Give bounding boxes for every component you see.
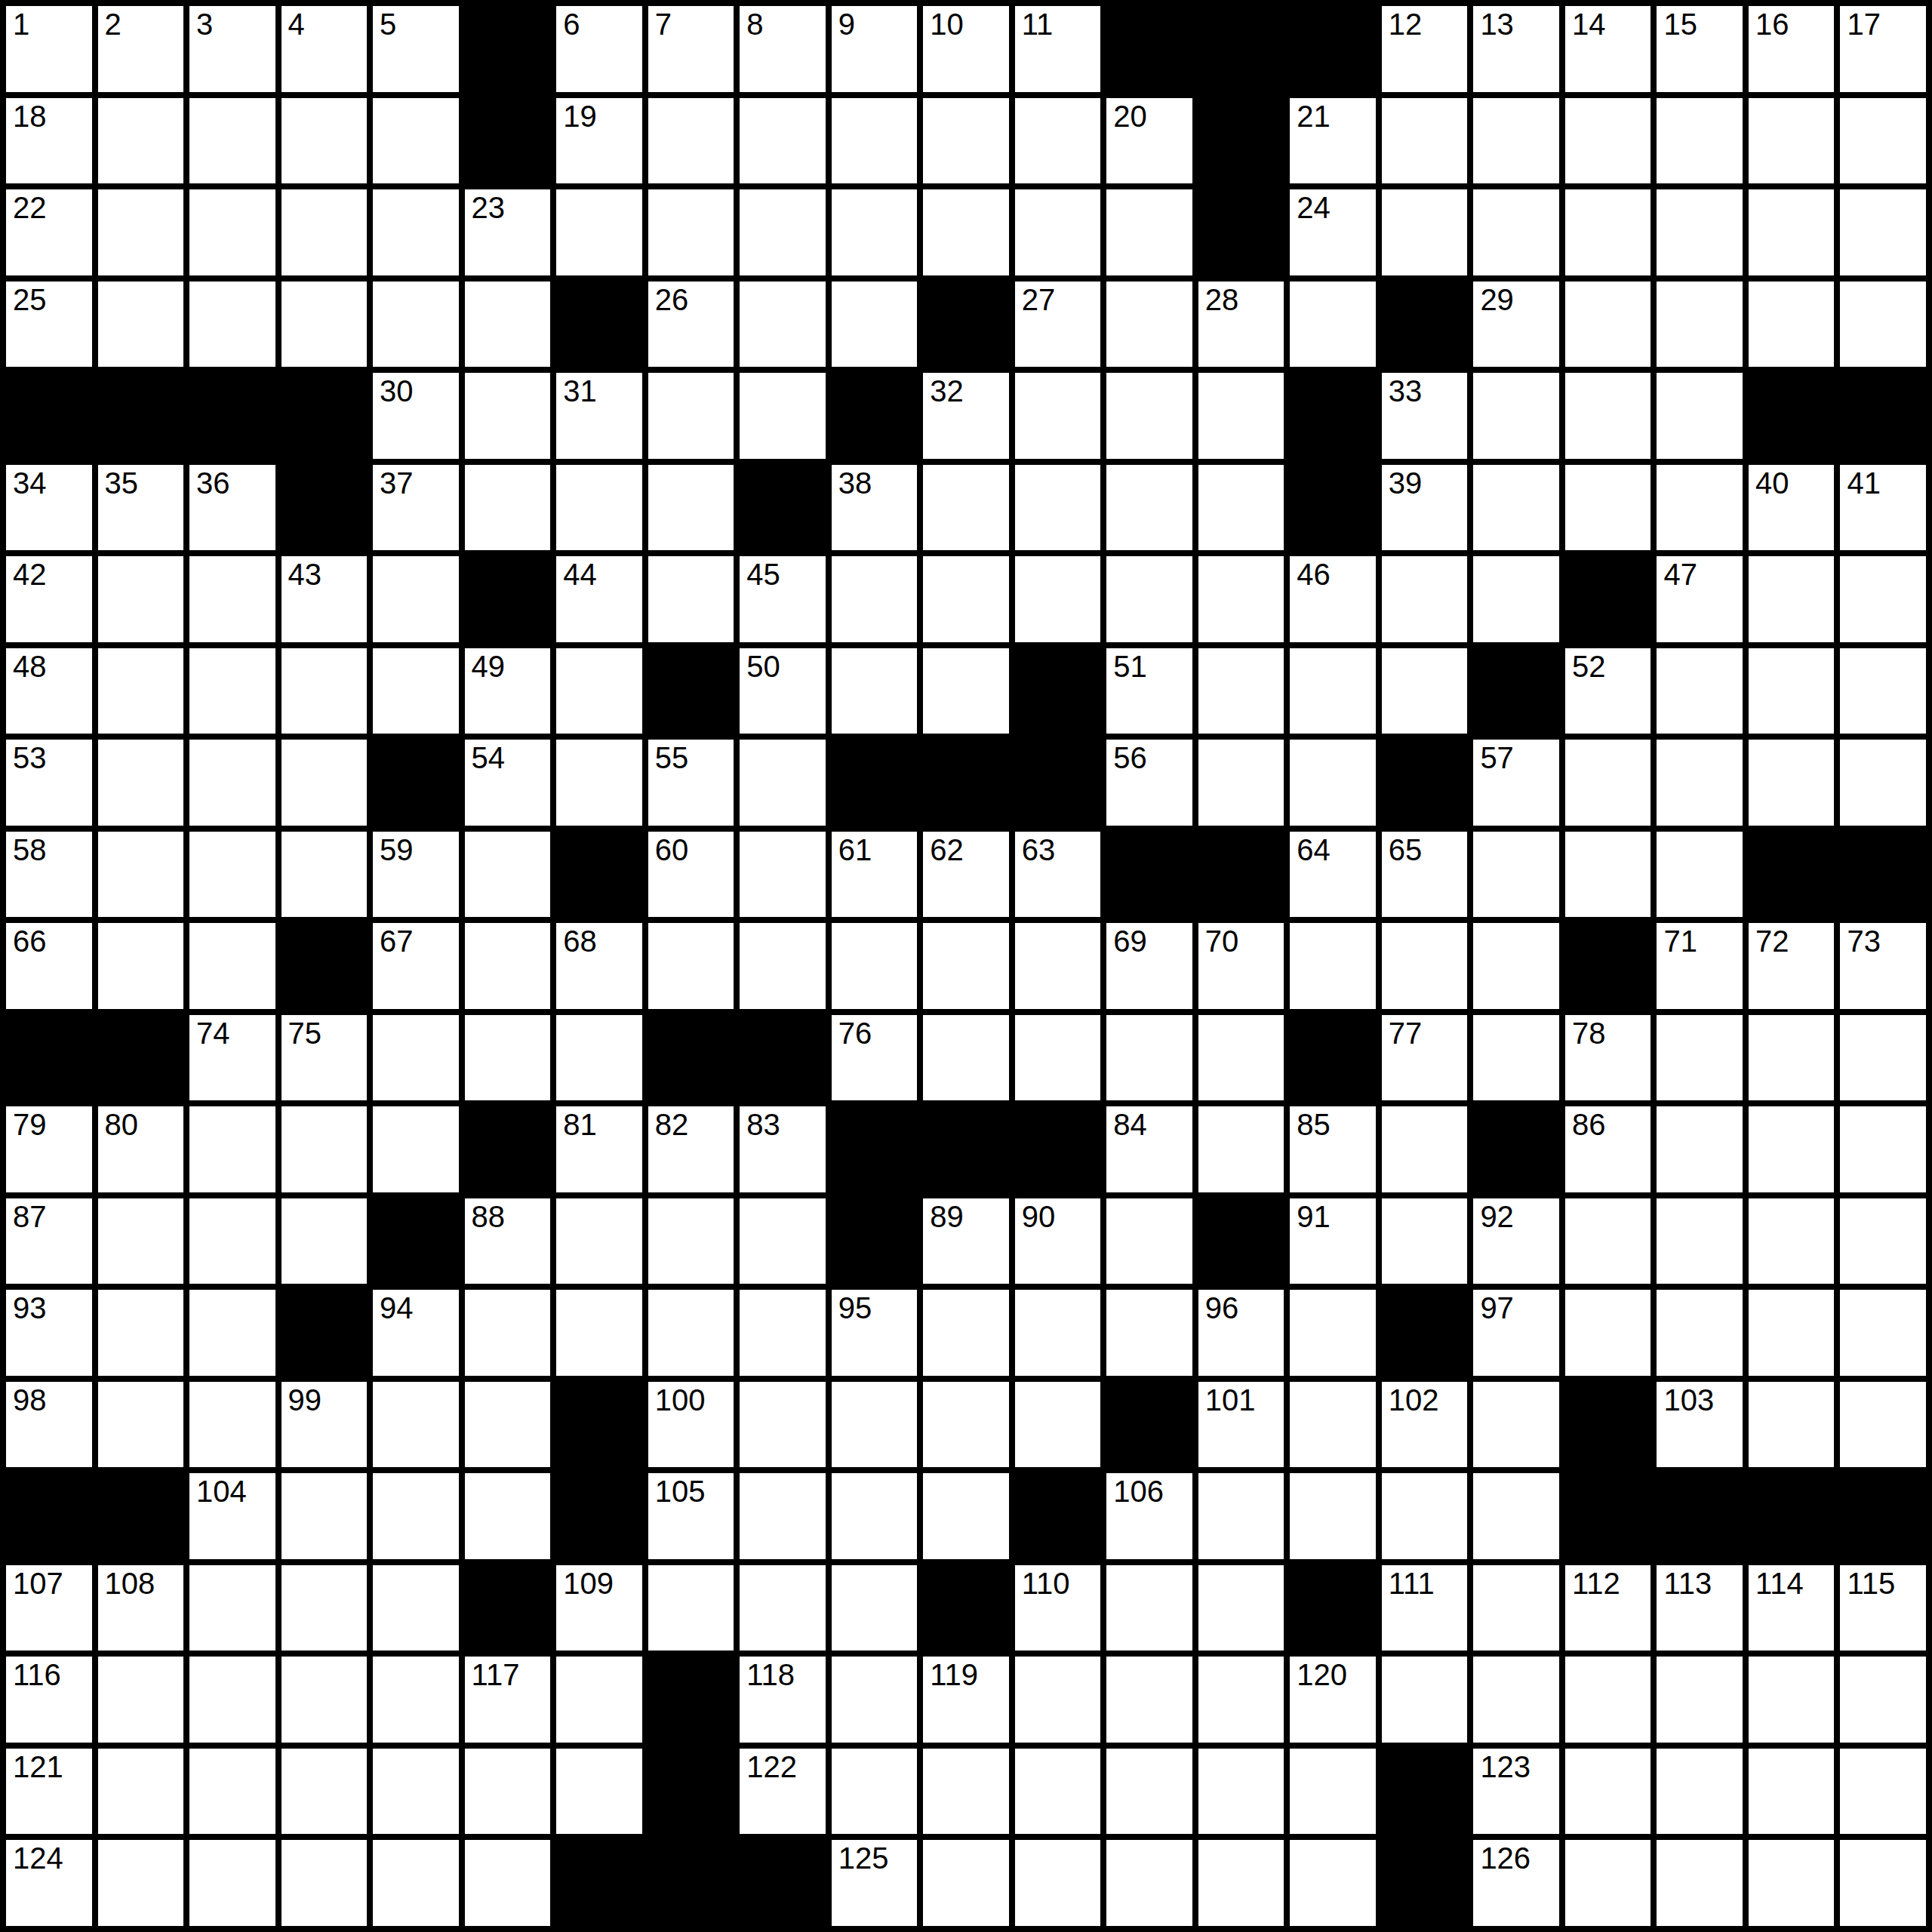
cell-r20-c2[interactable]	[189, 1840, 275, 1926]
cell-r13-c1[interactable]	[98, 1198, 184, 1284]
cell-r4-c6[interactable]: 31	[556, 373, 642, 459]
cell-r16-c13[interactable]	[1198, 1473, 1284, 1559]
cell-r17-c13[interactable]	[1198, 1565, 1284, 1651]
cell-r2-c10[interactable]	[923, 189, 1009, 275]
cell-r7-c8[interactable]: 50	[740, 648, 826, 734]
cell-r12-c0[interactable]: 79	[6, 1106, 92, 1192]
cell-r20-c5[interactable]	[465, 1840, 551, 1926]
cell-r1-c16[interactable]	[1473, 98, 1559, 184]
cell-r18-c10[interactable]: 119	[923, 1657, 1009, 1743]
cell-r10-c5[interactable]	[465, 923, 551, 1009]
cell-r14-c18[interactable]	[1657, 1290, 1743, 1376]
cell-r12-c7[interactable]: 82	[648, 1106, 734, 1192]
cell-r13-c19[interactable]	[1749, 1198, 1835, 1284]
cell-r6-c2[interactable]	[189, 556, 275, 642]
cell-r6-c4[interactable]	[373, 556, 459, 642]
cell-r7-c15[interactable]	[1382, 648, 1468, 734]
cell-r9-c14[interactable]: 64	[1290, 832, 1376, 918]
cell-r20-c4[interactable]	[373, 1840, 459, 1926]
cell-r6-c8[interactable]: 45	[740, 556, 826, 642]
cell-r7-c13[interactable]	[1198, 648, 1284, 734]
cell-r8-c12[interactable]: 56	[1106, 740, 1192, 826]
cell-r3-c1[interactable]	[98, 281, 184, 368]
cell-r11-c16[interactable]	[1473, 1015, 1559, 1101]
cell-r13-c6[interactable]	[556, 1198, 642, 1284]
cell-r5-c18[interactable]	[1657, 465, 1743, 551]
cell-r3-c0[interactable]: 25	[6, 281, 92, 368]
cell-r3-c7[interactable]: 26	[648, 281, 734, 368]
cell-r2-c16[interactable]	[1473, 189, 1559, 275]
cell-r10-c6[interactable]: 68	[556, 923, 642, 1009]
cell-r9-c18[interactable]	[1657, 832, 1743, 918]
cell-r0-c20[interactable]: 17	[1840, 6, 1926, 92]
cell-r0-c6[interactable]: 6	[556, 6, 642, 92]
cell-r13-c10[interactable]: 89	[923, 1198, 1009, 1284]
cell-r9-c17[interactable]	[1565, 832, 1651, 918]
cell-r16-c15[interactable]	[1382, 1473, 1468, 1559]
cell-r19-c3[interactable]	[281, 1749, 368, 1835]
cell-r9-c10[interactable]: 62	[923, 832, 1009, 918]
cell-r4-c12[interactable]	[1106, 373, 1192, 459]
cell-r18-c9[interactable]	[832, 1657, 918, 1743]
cell-r19-c17[interactable]	[1565, 1749, 1651, 1835]
cell-r2-c11[interactable]	[1015, 189, 1101, 275]
cell-r2-c0[interactable]: 22	[6, 189, 92, 275]
cell-r3-c14[interactable]	[1290, 281, 1376, 368]
cell-r4-c8[interactable]	[740, 373, 826, 459]
cell-r7-c3[interactable]	[281, 648, 368, 734]
cell-r16-c9[interactable]	[832, 1473, 918, 1559]
cell-r6-c19[interactable]	[1749, 556, 1835, 642]
cell-r11-c19[interactable]	[1749, 1015, 1835, 1101]
cell-r19-c4[interactable]	[373, 1749, 459, 1835]
cell-r18-c1[interactable]	[98, 1657, 184, 1743]
cell-r17-c3[interactable]	[281, 1565, 368, 1651]
cell-r2-c12[interactable]	[1106, 189, 1192, 275]
cell-r15-c16[interactable]	[1473, 1382, 1559, 1468]
cell-r12-c6[interactable]: 81	[556, 1106, 642, 1192]
cell-r8-c6[interactable]	[556, 740, 642, 826]
cell-r6-c13[interactable]	[1198, 556, 1284, 642]
cell-r19-c19[interactable]	[1749, 1749, 1835, 1835]
cell-r2-c6[interactable]	[556, 189, 642, 275]
cell-r5-c19[interactable]: 40	[1749, 465, 1835, 551]
cell-r18-c18[interactable]	[1657, 1657, 1743, 1743]
cell-r0-c3[interactable]: 4	[281, 6, 368, 92]
cell-r20-c12[interactable]	[1106, 1840, 1192, 1926]
cell-r9-c16[interactable]	[1473, 832, 1559, 918]
cell-r20-c3[interactable]	[281, 1840, 368, 1926]
cell-r15-c11[interactable]	[1015, 1382, 1101, 1468]
cell-r16-c4[interactable]	[373, 1473, 459, 1559]
cell-r13-c18[interactable]	[1657, 1198, 1743, 1284]
cell-r6-c6[interactable]: 44	[556, 556, 642, 642]
cell-r20-c17[interactable]	[1565, 1840, 1651, 1926]
cell-r7-c0[interactable]: 48	[6, 648, 92, 734]
cell-r12-c15[interactable]	[1382, 1106, 1468, 1192]
cell-r18-c13[interactable]	[1198, 1657, 1284, 1743]
cell-r1-c3[interactable]	[281, 98, 368, 184]
cell-r4-c10[interactable]: 32	[923, 373, 1009, 459]
cell-r19-c10[interactable]	[923, 1749, 1009, 1835]
cell-r19-c13[interactable]	[1198, 1749, 1284, 1835]
cell-r0-c19[interactable]: 16	[1749, 6, 1835, 92]
cell-r1-c9[interactable]	[832, 98, 918, 184]
cell-r5-c15[interactable]: 39	[1382, 465, 1468, 551]
cell-r15-c13[interactable]: 101	[1198, 1382, 1284, 1468]
cell-r1-c10[interactable]	[923, 98, 1009, 184]
cell-r12-c19[interactable]	[1749, 1106, 1835, 1192]
cell-r19-c6[interactable]	[556, 1749, 642, 1835]
cell-r14-c0[interactable]: 93	[6, 1290, 92, 1376]
cell-r7-c9[interactable]	[832, 648, 918, 734]
cell-r11-c13[interactable]	[1198, 1015, 1284, 1101]
cell-r6-c11[interactable]	[1015, 556, 1101, 642]
cell-r19-c20[interactable]	[1840, 1749, 1926, 1835]
cell-r9-c11[interactable]: 63	[1015, 832, 1101, 918]
cell-r17-c11[interactable]: 110	[1015, 1565, 1101, 1651]
cell-r8-c13[interactable]	[1198, 740, 1284, 826]
cell-r16-c14[interactable]	[1290, 1473, 1376, 1559]
cell-r6-c20[interactable]	[1840, 556, 1926, 642]
cell-r20-c16[interactable]: 126	[1473, 1840, 1559, 1926]
cell-r5-c20[interactable]: 41	[1840, 465, 1926, 551]
cell-r16-c8[interactable]	[740, 1473, 826, 1559]
cell-r14-c11[interactable]	[1015, 1290, 1101, 1376]
cell-r3-c13[interactable]: 28	[1198, 281, 1284, 368]
cell-r11-c5[interactable]	[465, 1015, 551, 1101]
cell-r2-c4[interactable]	[373, 189, 459, 275]
cell-r1-c0[interactable]: 18	[6, 98, 92, 184]
cell-r14-c7[interactable]	[648, 1290, 734, 1376]
cell-r0-c1[interactable]: 2	[98, 6, 184, 92]
cell-r7-c2[interactable]	[189, 648, 275, 734]
cell-r11-c20[interactable]	[1840, 1015, 1926, 1101]
cell-r5-c12[interactable]	[1106, 465, 1192, 551]
cell-r19-c14[interactable]	[1290, 1749, 1376, 1835]
cell-r10-c14[interactable]	[1290, 923, 1376, 1009]
cell-r12-c20[interactable]	[1840, 1106, 1926, 1192]
cell-r19-c16[interactable]: 123	[1473, 1749, 1559, 1835]
cell-r1-c1[interactable]	[98, 98, 184, 184]
cell-r0-c9[interactable]: 9	[832, 6, 918, 92]
cell-r19-c8[interactable]: 122	[740, 1749, 826, 1835]
cell-r16-c2[interactable]: 104	[189, 1473, 275, 1559]
cell-r12-c14[interactable]: 85	[1290, 1106, 1376, 1192]
cell-r3-c16[interactable]: 29	[1473, 281, 1559, 368]
cell-r11-c11[interactable]	[1015, 1015, 1101, 1101]
cell-r10-c15[interactable]	[1382, 923, 1468, 1009]
cell-r13-c3[interactable]	[281, 1198, 368, 1284]
cell-r18-c6[interactable]	[556, 1657, 642, 1743]
cell-r19-c2[interactable]	[189, 1749, 275, 1835]
cell-r5-c7[interactable]	[648, 465, 734, 551]
cell-r12-c12[interactable]: 84	[1106, 1106, 1192, 1192]
cell-r13-c8[interactable]	[740, 1198, 826, 1284]
cell-r15-c14[interactable]	[1290, 1382, 1376, 1468]
cell-r11-c2[interactable]: 74	[189, 1015, 275, 1101]
cell-r5-c1[interactable]: 35	[98, 465, 184, 551]
cell-r2-c14[interactable]: 24	[1290, 189, 1376, 275]
cell-r15-c4[interactable]	[373, 1382, 459, 1468]
cell-r5-c11[interactable]	[1015, 465, 1101, 551]
cell-r5-c2[interactable]: 36	[189, 465, 275, 551]
cell-r1-c17[interactable]	[1565, 98, 1651, 184]
cell-r9-c1[interactable]	[98, 832, 184, 918]
cell-r17-c9[interactable]	[832, 1565, 918, 1651]
cell-r13-c16[interactable]: 92	[1473, 1198, 1559, 1284]
cell-r5-c9[interactable]: 38	[832, 465, 918, 551]
cell-r14-c10[interactable]	[923, 1290, 1009, 1376]
cell-r5-c17[interactable]	[1565, 465, 1651, 551]
cell-r20-c18[interactable]	[1657, 1840, 1743, 1926]
cell-r12-c18[interactable]	[1657, 1106, 1743, 1192]
cell-r15-c10[interactable]	[923, 1382, 1009, 1468]
cell-r1-c14[interactable]: 21	[1290, 98, 1376, 184]
cell-r8-c19[interactable]	[1749, 740, 1835, 826]
cell-r6-c3[interactable]: 43	[281, 556, 368, 642]
cell-r8-c20[interactable]	[1840, 740, 1926, 826]
cell-r8-c17[interactable]	[1565, 740, 1651, 826]
cell-r10-c11[interactable]	[1015, 923, 1101, 1009]
cell-r0-c7[interactable]: 7	[648, 6, 734, 92]
cell-r1-c19[interactable]	[1749, 98, 1835, 184]
cell-r10-c16[interactable]	[1473, 923, 1559, 1009]
cell-r10-c18[interactable]: 71	[1657, 923, 1743, 1009]
cell-r20-c19[interactable]	[1749, 1840, 1835, 1926]
cell-r18-c16[interactable]	[1473, 1657, 1559, 1743]
cell-r6-c12[interactable]	[1106, 556, 1192, 642]
cell-r8-c2[interactable]	[189, 740, 275, 826]
cell-r16-c3[interactable]	[281, 1473, 368, 1559]
cell-r5-c4[interactable]: 37	[373, 465, 459, 551]
cell-r4-c18[interactable]	[1657, 373, 1743, 459]
cell-r10-c4[interactable]: 67	[373, 923, 459, 1009]
cell-r3-c11[interactable]: 27	[1015, 281, 1101, 368]
cell-r19-c11[interactable]	[1015, 1749, 1101, 1835]
cell-r2-c20[interactable]	[1840, 189, 1926, 275]
cell-r1-c4[interactable]	[373, 98, 459, 184]
cell-r18-c14[interactable]: 120	[1290, 1657, 1376, 1743]
cell-r11-c3[interactable]: 75	[281, 1015, 368, 1101]
cell-r6-c14[interactable]: 46	[1290, 556, 1376, 642]
cell-r4-c15[interactable]: 33	[1382, 373, 1468, 459]
cell-r5-c16[interactable]	[1473, 465, 1559, 551]
cell-r19-c12[interactable]	[1106, 1749, 1192, 1835]
cell-r8-c0[interactable]: 53	[6, 740, 92, 826]
cell-r13-c5[interactable]: 88	[465, 1198, 551, 1284]
cell-r7-c5[interactable]: 49	[465, 648, 551, 734]
cell-r17-c0[interactable]: 107	[6, 1565, 92, 1651]
cell-r13-c15[interactable]	[1382, 1198, 1468, 1284]
cell-r4-c4[interactable]: 30	[373, 373, 459, 459]
cell-r13-c14[interactable]: 91	[1290, 1198, 1376, 1284]
cell-r3-c18[interactable]	[1657, 281, 1743, 368]
cell-r3-c20[interactable]	[1840, 281, 1926, 368]
cell-r9-c8[interactable]	[740, 832, 826, 918]
cell-r2-c17[interactable]	[1565, 189, 1651, 275]
cell-r17-c6[interactable]: 109	[556, 1565, 642, 1651]
cell-r11-c15[interactable]: 77	[1382, 1015, 1468, 1101]
cell-r19-c18[interactable]	[1657, 1749, 1743, 1835]
cell-r17-c20[interactable]: 115	[1840, 1565, 1926, 1651]
cell-r8-c16[interactable]: 57	[1473, 740, 1559, 826]
cell-r7-c1[interactable]	[98, 648, 184, 734]
cell-r20-c9[interactable]: 125	[832, 1840, 918, 1926]
cell-r2-c7[interactable]	[648, 189, 734, 275]
cell-r2-c19[interactable]	[1749, 189, 1835, 275]
cell-r1-c18[interactable]	[1657, 98, 1743, 184]
cell-r16-c16[interactable]	[1473, 1473, 1559, 1559]
cell-r14-c16[interactable]: 97	[1473, 1290, 1559, 1376]
cell-r16-c10[interactable]	[923, 1473, 1009, 1559]
cell-r5-c5[interactable]	[465, 465, 551, 551]
cell-r15-c2[interactable]	[189, 1382, 275, 1468]
cell-r15-c0[interactable]: 98	[6, 1382, 92, 1468]
cell-r7-c14[interactable]	[1290, 648, 1376, 734]
cell-r2-c8[interactable]	[740, 189, 826, 275]
cell-r9-c4[interactable]: 59	[373, 832, 459, 918]
cell-r6-c7[interactable]	[648, 556, 734, 642]
cell-r15-c19[interactable]	[1749, 1382, 1835, 1468]
cell-r11-c18[interactable]	[1657, 1015, 1743, 1101]
cell-r20-c1[interactable]	[98, 1840, 184, 1926]
cell-r2-c3[interactable]	[281, 189, 368, 275]
cell-r10-c8[interactable]	[740, 923, 826, 1009]
cell-r2-c5[interactable]: 23	[465, 189, 551, 275]
cell-r19-c0[interactable]: 121	[6, 1749, 92, 1835]
cell-r17-c17[interactable]: 112	[1565, 1565, 1651, 1651]
cell-r12-c1[interactable]: 80	[98, 1106, 184, 1192]
cell-r19-c1[interactable]	[98, 1749, 184, 1835]
cell-r16-c5[interactable]	[465, 1473, 551, 1559]
cell-r10-c7[interactable]	[648, 923, 734, 1009]
cell-r4-c17[interactable]	[1565, 373, 1651, 459]
cell-r6-c18[interactable]: 47	[1657, 556, 1743, 642]
cell-r13-c7[interactable]	[648, 1198, 734, 1284]
cell-r6-c10[interactable]	[923, 556, 1009, 642]
cell-r20-c13[interactable]	[1198, 1840, 1284, 1926]
cell-r17-c16[interactable]	[1473, 1565, 1559, 1651]
cell-r9-c2[interactable]	[189, 832, 275, 918]
cell-r12-c17[interactable]: 86	[1565, 1106, 1651, 1192]
cell-r10-c2[interactable]	[189, 923, 275, 1009]
cell-r17-c8[interactable]	[740, 1565, 826, 1651]
cell-r11-c10[interactable]	[923, 1015, 1009, 1101]
cell-r15-c3[interactable]: 99	[281, 1382, 368, 1468]
cell-r9-c15[interactable]: 65	[1382, 832, 1468, 918]
cell-r7-c4[interactable]	[373, 648, 459, 734]
cell-r14-c12[interactable]	[1106, 1290, 1192, 1376]
cell-r17-c7[interactable]	[648, 1565, 734, 1651]
cell-r13-c0[interactable]: 87	[6, 1198, 92, 1284]
cell-r0-c10[interactable]: 10	[923, 6, 1009, 92]
cell-r18-c17[interactable]	[1565, 1657, 1651, 1743]
cell-r0-c17[interactable]: 14	[1565, 6, 1651, 92]
cell-r11-c17[interactable]: 78	[1565, 1015, 1651, 1101]
cell-r15-c7[interactable]: 100	[648, 1382, 734, 1468]
cell-r10-c19[interactable]: 72	[1749, 923, 1835, 1009]
cell-r1-c15[interactable]	[1382, 98, 1468, 184]
cell-r17-c4[interactable]	[373, 1565, 459, 1651]
cell-r2-c15[interactable]	[1382, 189, 1468, 275]
cell-r19-c5[interactable]	[465, 1749, 551, 1835]
cell-r14-c19[interactable]	[1749, 1290, 1835, 1376]
cell-r18-c4[interactable]	[373, 1657, 459, 1743]
cell-r2-c1[interactable]	[98, 189, 184, 275]
cell-r9-c3[interactable]	[281, 832, 368, 918]
cell-r3-c17[interactable]	[1565, 281, 1651, 368]
cell-r0-c4[interactable]: 5	[373, 6, 459, 92]
cell-r9-c7[interactable]: 60	[648, 832, 734, 918]
cell-r18-c3[interactable]	[281, 1657, 368, 1743]
cell-r13-c17[interactable]	[1565, 1198, 1651, 1284]
cell-r20-c0[interactable]: 124	[6, 1840, 92, 1926]
cell-r10-c0[interactable]: 66	[6, 923, 92, 1009]
cell-r10-c10[interactable]	[923, 923, 1009, 1009]
cell-r11-c12[interactable]	[1106, 1015, 1192, 1101]
cell-r15-c18[interactable]: 103	[1657, 1382, 1743, 1468]
cell-r1-c20[interactable]	[1840, 98, 1926, 184]
cell-r11-c9[interactable]: 76	[832, 1015, 918, 1101]
cell-r18-c8[interactable]: 118	[740, 1657, 826, 1743]
cell-r14-c20[interactable]	[1840, 1290, 1926, 1376]
cell-r17-c19[interactable]: 114	[1749, 1565, 1835, 1651]
cell-r3-c3[interactable]	[281, 281, 368, 368]
cell-r0-c18[interactable]: 15	[1657, 6, 1743, 92]
cell-r4-c16[interactable]	[1473, 373, 1559, 459]
cell-r1-c12[interactable]: 20	[1106, 98, 1192, 184]
cell-r7-c17[interactable]: 52	[1565, 648, 1651, 734]
cell-r0-c0[interactable]: 1	[6, 6, 92, 92]
cell-r14-c4[interactable]: 94	[373, 1290, 459, 1376]
cell-r4-c7[interactable]	[648, 373, 734, 459]
cell-r8-c18[interactable]	[1657, 740, 1743, 826]
cell-r5-c10[interactable]	[923, 465, 1009, 551]
cell-r10-c20[interactable]: 73	[1840, 923, 1926, 1009]
cell-r10-c1[interactable]	[98, 923, 184, 1009]
cell-r17-c2[interactable]	[189, 1565, 275, 1651]
cell-r18-c19[interactable]	[1749, 1657, 1835, 1743]
cell-r17-c12[interactable]	[1106, 1565, 1192, 1651]
cell-r18-c0[interactable]: 116	[6, 1657, 92, 1743]
cell-r15-c5[interactable]	[465, 1382, 551, 1468]
cell-r17-c18[interactable]: 113	[1657, 1565, 1743, 1651]
cell-r10-c9[interactable]	[832, 923, 918, 1009]
cell-r5-c6[interactable]	[556, 465, 642, 551]
cell-r13-c20[interactable]	[1840, 1198, 1926, 1284]
cell-r14-c9[interactable]: 95	[832, 1290, 918, 1376]
cell-r1-c7[interactable]	[648, 98, 734, 184]
cell-r18-c5[interactable]: 117	[465, 1657, 551, 1743]
cell-r6-c0[interactable]: 42	[6, 556, 92, 642]
cell-r0-c2[interactable]: 3	[189, 6, 275, 92]
cell-r1-c11[interactable]	[1015, 98, 1101, 184]
cell-r14-c14[interactable]	[1290, 1290, 1376, 1376]
cell-r7-c6[interactable]	[556, 648, 642, 734]
cell-r7-c18[interactable]	[1657, 648, 1743, 734]
cell-r4-c13[interactable]	[1198, 373, 1284, 459]
cell-r20-c14[interactable]	[1290, 1840, 1376, 1926]
cell-r8-c1[interactable]	[98, 740, 184, 826]
cell-r20-c11[interactable]	[1015, 1840, 1101, 1926]
cell-r17-c15[interactable]: 111	[1382, 1565, 1468, 1651]
cell-r2-c2[interactable]	[189, 189, 275, 275]
cell-r7-c20[interactable]	[1840, 648, 1926, 734]
cell-r8-c5[interactable]: 54	[465, 740, 551, 826]
cell-r9-c5[interactable]	[465, 832, 551, 918]
cell-r15-c20[interactable]	[1840, 1382, 1926, 1468]
